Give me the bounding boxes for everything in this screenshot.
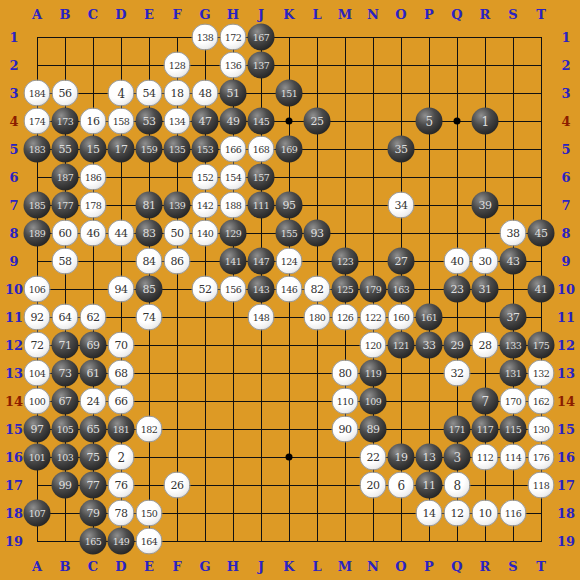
stone-white-T13: 132 — [528, 360, 555, 387]
move-number: 52 — [199, 284, 212, 295]
move-number: 99 — [59, 480, 72, 491]
move-number: 132 — [533, 368, 550, 378]
stone-black-J1: 167 — [248, 24, 275, 51]
coord-label-left-18: 18 — [5, 506, 23, 521]
coord-label-right-7: 7 — [561, 198, 570, 213]
stone-white-C6: 186 — [80, 164, 107, 191]
stone-black-J6: 157 — [248, 164, 275, 191]
stone-black-A15: 97 — [24, 416, 51, 443]
move-number: 73 — [59, 368, 72, 379]
move-number: 39 — [479, 200, 492, 211]
move-number: 93 — [311, 228, 324, 239]
stone-black-Q10: 23 — [444, 276, 471, 303]
stone-black-P16: 13 — [416, 444, 443, 471]
move-number: 74 — [143, 312, 156, 323]
move-number: 23 — [451, 284, 464, 295]
move-number: 161 — [421, 312, 438, 322]
move-number: 62 — [87, 312, 100, 323]
coord-label-bottom-C: C — [88, 559, 98, 574]
move-number: 34 — [395, 200, 408, 211]
move-number: 172 — [225, 32, 242, 42]
stone-black-A5: 183 — [24, 136, 51, 163]
move-number: 166 — [225, 144, 242, 154]
coord-label-right-3: 3 — [561, 86, 570, 101]
stone-black-P17: 11 — [416, 472, 443, 499]
coord-label-left-1: 1 — [9, 30, 18, 45]
stone-white-D10: 94 — [108, 276, 135, 303]
move-number: 139 — [169, 200, 186, 210]
stone-black-A7: 185 — [24, 192, 51, 219]
move-number: 177 — [57, 200, 74, 210]
move-number: 162 — [533, 396, 550, 406]
stone-white-S14: 170 — [500, 388, 527, 415]
coord-label-top-E: E — [144, 7, 154, 22]
stone-white-F8: 50 — [164, 220, 191, 247]
move-number: 12 — [451, 508, 464, 519]
move-number: 186 — [85, 172, 102, 182]
stone-white-T17: 118 — [528, 472, 555, 499]
move-number: 109 — [365, 396, 382, 406]
coord-label-bottom-L: L — [312, 559, 321, 574]
move-number: 35 — [395, 144, 408, 155]
stone-white-C14: 24 — [80, 388, 107, 415]
move-number: 75 — [87, 452, 100, 463]
stone-white-E11: 74 — [136, 304, 163, 331]
star-point-K4 — [286, 118, 293, 125]
stone-black-S9: 43 — [500, 248, 527, 275]
move-number: 94 — [115, 284, 128, 295]
move-number: 11 — [423, 480, 436, 491]
stone-black-S13: 131 — [500, 360, 527, 387]
stone-black-B12: 71 — [52, 332, 79, 359]
coord-label-left-9: 9 — [9, 254, 18, 269]
move-number: 56 — [59, 88, 72, 99]
stone-black-S15: 115 — [500, 416, 527, 443]
stone-black-H4: 49 — [220, 108, 247, 135]
stone-black-C12: 69 — [80, 332, 107, 359]
move-number: 121 — [393, 340, 410, 350]
coord-label-right-13: 13 — [557, 366, 575, 381]
coord-label-right-5: 5 — [561, 142, 570, 157]
move-number: 133 — [505, 340, 522, 350]
stone-white-J5: 168 — [248, 136, 275, 163]
stone-white-E9: 84 — [136, 248, 163, 275]
stone-black-N14: 109 — [360, 388, 387, 415]
stone-white-Q18: 12 — [444, 500, 471, 527]
stone-white-E19: 164 — [136, 528, 163, 555]
stone-black-P12: 33 — [416, 332, 443, 359]
stone-white-P18: 14 — [416, 500, 443, 527]
move-number: 68 — [115, 368, 128, 379]
move-number: 78 — [115, 508, 128, 519]
move-number: 60 — [59, 228, 72, 239]
move-number: 137 — [253, 60, 270, 70]
stone-white-G8: 140 — [192, 220, 219, 247]
stone-white-D8: 44 — [108, 220, 135, 247]
stone-black-G4: 47 — [192, 108, 219, 135]
move-number: 70 — [115, 340, 128, 351]
stone-white-K10: 146 — [276, 276, 303, 303]
stone-black-R14: 7 — [472, 388, 499, 415]
stone-black-B15: 105 — [52, 416, 79, 443]
move-number: 16 — [87, 116, 100, 127]
coord-label-right-11: 11 — [557, 310, 575, 325]
stone-black-N13: 119 — [360, 360, 387, 387]
stone-white-M11: 126 — [332, 304, 359, 331]
coord-label-left-13: 13 — [5, 366, 23, 381]
move-number: 86 — [171, 256, 184, 267]
stone-black-B13: 73 — [52, 360, 79, 387]
move-number: 125 — [337, 284, 354, 294]
stone-white-M13: 80 — [332, 360, 359, 387]
stone-black-D19: 149 — [108, 528, 135, 555]
stone-black-L8: 93 — [304, 220, 331, 247]
move-number: 41 — [535, 284, 548, 295]
coord-label-right-8: 8 — [561, 226, 570, 241]
stone-white-R18: 10 — [472, 500, 499, 527]
move-number: 153 — [197, 144, 214, 154]
coord-label-bottom-F: F — [172, 559, 181, 574]
move-number: 135 — [169, 144, 186, 154]
move-number: 50 — [171, 228, 184, 239]
move-number: 76 — [115, 480, 128, 491]
coord-label-left-10: 10 — [5, 282, 23, 297]
move-number: 175 — [533, 340, 550, 350]
stone-white-C8: 46 — [80, 220, 107, 247]
stone-white-H7: 188 — [220, 192, 247, 219]
stone-white-A3: 184 — [24, 80, 51, 107]
move-number: 30 — [479, 256, 492, 267]
coord-label-bottom-K: K — [283, 559, 294, 574]
coord-label-right-12: 12 — [557, 338, 575, 353]
move-number: 146 — [281, 284, 298, 294]
stone-white-O11: 160 — [388, 304, 415, 331]
move-number: 155 — [281, 228, 298, 238]
coord-label-bottom-H: H — [227, 559, 239, 574]
move-number: 152 — [197, 172, 214, 182]
stone-white-R9: 30 — [472, 248, 499, 275]
coord-label-bottom-B: B — [60, 559, 71, 574]
stone-white-R16: 112 — [472, 444, 499, 471]
coord-label-right-19: 19 — [557, 534, 575, 549]
coord-label-right-16: 16 — [557, 450, 575, 465]
stone-white-G7: 142 — [192, 192, 219, 219]
stone-black-K8: 155 — [276, 220, 303, 247]
move-number: 80 — [339, 368, 352, 379]
move-number: 136 — [225, 60, 242, 70]
stone-black-A18: 107 — [24, 500, 51, 527]
coord-label-left-16: 16 — [5, 450, 23, 465]
move-number: 103 — [57, 452, 74, 462]
move-number: 46 — [87, 228, 100, 239]
stone-black-B16: 103 — [52, 444, 79, 471]
move-number: 168 — [253, 144, 270, 154]
stone-black-B4: 173 — [52, 108, 79, 135]
stone-white-C4: 16 — [80, 108, 107, 135]
stone-black-C15: 65 — [80, 416, 107, 443]
coord-label-top-T: T — [536, 7, 546, 22]
coord-label-bottom-J: J — [258, 559, 264, 574]
stone-white-B3: 56 — [52, 80, 79, 107]
move-number: 184 — [29, 88, 46, 98]
stone-white-K9: 124 — [276, 248, 303, 275]
coord-label-left-12: 12 — [5, 338, 23, 353]
move-number: 38 — [507, 228, 520, 239]
stone-white-N16: 22 — [360, 444, 387, 471]
coord-label-top-P: P — [424, 7, 434, 22]
stone-white-D16: 2 — [108, 444, 135, 471]
stone-white-S16: 114 — [500, 444, 527, 471]
move-number: 81 — [143, 200, 156, 211]
move-number: 165 — [85, 536, 102, 546]
stone-black-D5: 17 — [108, 136, 135, 163]
coord-label-bottom-N: N — [367, 559, 379, 574]
coord-label-bottom-T: T — [536, 559, 546, 574]
stone-white-D18: 78 — [108, 500, 135, 527]
stone-black-M9: 123 — [332, 248, 359, 275]
coord-label-left-4: 4 — [9, 114, 18, 129]
move-number: 25 — [311, 116, 324, 127]
move-number: 179 — [365, 284, 382, 294]
move-number: 45 — [535, 228, 548, 239]
stone-white-D3: 4 — [108, 80, 135, 107]
move-number: 2 — [117, 451, 124, 463]
move-number: 140 — [197, 228, 214, 238]
stone-white-G6: 152 — [192, 164, 219, 191]
move-number: 101 — [29, 452, 46, 462]
move-number: 124 — [281, 256, 298, 266]
stone-black-C19: 165 — [80, 528, 107, 555]
stone-black-F7: 139 — [164, 192, 191, 219]
move-number: 13 — [423, 452, 436, 463]
coord-label-right-9: 9 — [561, 254, 570, 269]
stone-white-N11: 122 — [360, 304, 387, 331]
stone-white-T14: 162 — [528, 388, 555, 415]
stone-black-O5: 35 — [388, 136, 415, 163]
move-number: 123 — [337, 256, 354, 266]
stone-black-H9: 141 — [220, 248, 247, 275]
move-number: 27 — [395, 256, 408, 267]
move-number: 84 — [143, 256, 156, 267]
move-number: 32 — [451, 368, 464, 379]
stone-white-F4: 134 — [164, 108, 191, 135]
stone-white-A4: 174 — [24, 108, 51, 135]
stone-white-F17: 26 — [164, 472, 191, 499]
stone-white-D13: 68 — [108, 360, 135, 387]
stone-black-R7: 39 — [472, 192, 499, 219]
stone-white-D4: 158 — [108, 108, 135, 135]
move-number: 77 — [87, 480, 100, 491]
coord-label-left-11: 11 — [5, 310, 23, 325]
stone-white-M14: 110 — [332, 388, 359, 415]
move-number: 79 — [87, 508, 100, 519]
stone-white-A13: 104 — [24, 360, 51, 387]
move-number: 17 — [115, 144, 128, 155]
stone-white-T15: 130 — [528, 416, 555, 443]
stone-white-H6: 154 — [220, 164, 247, 191]
coord-label-top-J: J — [258, 7, 264, 22]
move-number: 150 — [141, 508, 158, 518]
stone-white-A12: 72 — [24, 332, 51, 359]
stone-white-F2: 128 — [164, 52, 191, 79]
coord-label-left-2: 2 — [9, 58, 18, 73]
stone-white-D17: 76 — [108, 472, 135, 499]
stone-black-E10: 85 — [136, 276, 163, 303]
stone-black-Q15: 171 — [444, 416, 471, 443]
stone-black-F5: 135 — [164, 136, 191, 163]
stone-white-B8: 60 — [52, 220, 79, 247]
go-board: AABBCCDDEEFFGGHHJJKKLLMMNNOOPPQQRRSSTT11… — [0, 0, 580, 580]
stone-black-M10: 125 — [332, 276, 359, 303]
move-number: 142 — [197, 200, 214, 210]
move-number: 116 — [505, 508, 522, 518]
stone-white-N17: 20 — [360, 472, 387, 499]
stone-white-C11: 62 — [80, 304, 107, 331]
move-number: 100 — [29, 396, 46, 406]
stone-white-T16: 176 — [528, 444, 555, 471]
star-point-K16 — [286, 454, 293, 461]
move-number: 8 — [453, 479, 460, 491]
coord-label-top-L: L — [312, 7, 321, 22]
move-number: 149 — [113, 536, 130, 546]
coord-label-right-4: 4 — [561, 114, 570, 129]
stone-black-J10: 143 — [248, 276, 275, 303]
move-number: 170 — [505, 396, 522, 406]
move-number: 112 — [477, 452, 494, 462]
move-number: 141 — [225, 256, 242, 266]
stone-black-A8: 189 — [24, 220, 51, 247]
stone-black-E7: 81 — [136, 192, 163, 219]
stone-black-O10: 163 — [388, 276, 415, 303]
stone-black-C13: 61 — [80, 360, 107, 387]
stone-white-A14: 100 — [24, 388, 51, 415]
stone-black-N10: 179 — [360, 276, 387, 303]
move-number: 115 — [505, 424, 522, 434]
stone-black-O12: 121 — [388, 332, 415, 359]
stone-white-Q9: 40 — [444, 248, 471, 275]
move-number: 97 — [31, 424, 44, 435]
stone-black-B7: 177 — [52, 192, 79, 219]
coord-label-top-A: A — [32, 7, 42, 22]
stone-white-E15: 182 — [136, 416, 163, 443]
stone-white-G3: 48 — [192, 80, 219, 107]
move-number: 48 — [199, 88, 212, 99]
stone-black-C17: 77 — [80, 472, 107, 499]
move-number: 171 — [449, 424, 466, 434]
coord-label-top-F: F — [172, 7, 181, 22]
move-number: 143 — [253, 284, 270, 294]
stone-black-O16: 19 — [388, 444, 415, 471]
move-number: 181 — [113, 424, 130, 434]
move-number: 58 — [59, 256, 72, 267]
stone-black-H3: 51 — [220, 80, 247, 107]
coord-label-top-O: O — [395, 7, 406, 22]
stone-black-R15: 117 — [472, 416, 499, 443]
move-number: 154 — [225, 172, 242, 182]
move-number: 147 — [253, 256, 270, 266]
stone-black-R10: 31 — [472, 276, 499, 303]
move-number: 49 — [227, 116, 240, 127]
coord-label-left-17: 17 — [5, 478, 23, 493]
stone-white-H1: 172 — [220, 24, 247, 51]
move-number: 61 — [87, 368, 100, 379]
coord-label-top-R: R — [480, 7, 491, 22]
stone-white-O17: 6 — [388, 472, 415, 499]
stone-black-C18: 79 — [80, 500, 107, 527]
stone-black-P4: 5 — [416, 108, 443, 135]
move-number: 51 — [227, 88, 240, 99]
coord-label-right-10: 10 — [557, 282, 575, 297]
stone-black-A16: 101 — [24, 444, 51, 471]
move-number: 26 — [171, 480, 184, 491]
move-number: 54 — [143, 88, 156, 99]
stone-black-B17: 99 — [52, 472, 79, 499]
stone-white-S18: 116 — [500, 500, 527, 527]
coord-label-bottom-A: A — [32, 559, 42, 574]
stone-white-G1: 138 — [192, 24, 219, 51]
stone-black-S11: 37 — [500, 304, 527, 331]
stone-black-O9: 27 — [388, 248, 415, 275]
move-number: 67 — [59, 396, 72, 407]
move-number: 85 — [143, 284, 156, 295]
coord-label-bottom-E: E — [144, 559, 154, 574]
coord-label-right-14: 14 — [557, 394, 575, 409]
move-number: 89 — [367, 424, 380, 435]
coord-label-left-5: 5 — [9, 142, 18, 157]
move-number: 28 — [479, 340, 492, 351]
stone-black-R4: 1 — [472, 108, 499, 135]
stone-black-B14: 67 — [52, 388, 79, 415]
coord-label-right-15: 15 — [557, 422, 575, 437]
stone-black-T10: 41 — [528, 276, 555, 303]
move-number: 122 — [365, 312, 382, 322]
coord-label-left-3: 3 — [9, 86, 18, 101]
move-number: 118 — [533, 480, 550, 490]
move-number: 29 — [451, 340, 464, 351]
coord-label-bottom-D: D — [115, 559, 126, 574]
move-number: 164 — [141, 536, 158, 546]
stone-black-G5: 153 — [192, 136, 219, 163]
coord-label-bottom-M: M — [338, 559, 352, 574]
move-number: 138 — [197, 32, 214, 42]
stone-white-S8: 38 — [500, 220, 527, 247]
stone-black-K5: 169 — [276, 136, 303, 163]
coord-label-right-1: 1 — [561, 30, 570, 45]
move-number: 157 — [253, 172, 270, 182]
move-number: 187 — [57, 172, 74, 182]
coord-label-bottom-S: S — [508, 559, 517, 574]
coord-label-left-19: 19 — [5, 534, 23, 549]
stone-white-G10: 52 — [192, 276, 219, 303]
stone-black-E8: 83 — [136, 220, 163, 247]
move-number: 69 — [87, 340, 100, 351]
stone-black-K7: 95 — [276, 192, 303, 219]
move-number: 163 — [393, 284, 410, 294]
coord-label-top-Q: Q — [451, 7, 462, 22]
move-number: 119 — [365, 368, 382, 378]
move-number: 128 — [169, 60, 186, 70]
move-number: 156 — [225, 284, 242, 294]
move-number: 33 — [423, 340, 436, 351]
move-number: 176 — [533, 452, 550, 462]
stone-black-S12: 133 — [500, 332, 527, 359]
move-number: 6 — [397, 479, 404, 491]
move-number: 71 — [59, 340, 72, 351]
stone-white-N12: 120 — [360, 332, 387, 359]
stone-white-R12: 28 — [472, 332, 499, 359]
stone-white-J11: 148 — [248, 304, 275, 331]
stone-white-C7: 178 — [80, 192, 107, 219]
